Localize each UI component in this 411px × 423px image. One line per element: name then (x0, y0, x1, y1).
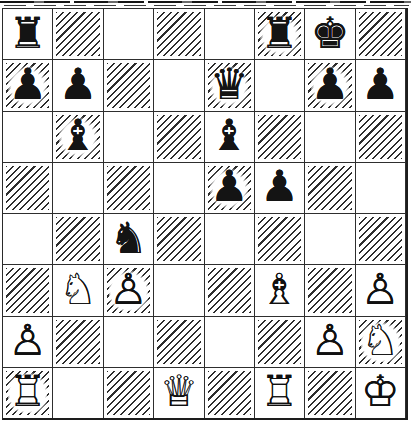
piece-black-queen-e7: ♛ (210, 63, 249, 106)
square-c7 (104, 59, 154, 110)
square-f4 (255, 213, 305, 264)
chess-board: ♜♜♚♟♟♛♟♟♝♝♟♟♞♘♙♗♙♙♙♘♖♕♖♔ (2, 8, 408, 420)
square-h7: ♟ (356, 59, 406, 110)
scanned-diagram: ♜♜♚♟♟♛♟♟♝♝♟♟♞♘♙♗♙♙♙♘♖♕♖♔ (0, 0, 411, 423)
square-f5: ♟ (255, 162, 305, 213)
square-d3 (154, 264, 204, 315)
square-e4 (205, 213, 255, 264)
piece-white-pawn-h3: ♙ (361, 268, 400, 311)
square-b8 (53, 8, 103, 59)
square-g1 (305, 367, 355, 418)
square-d2 (154, 316, 204, 367)
square-a1: ♖ (3, 367, 53, 418)
square-g5 (305, 162, 355, 213)
square-c6 (104, 111, 154, 162)
square-h6 (356, 111, 406, 162)
piece-white-rook-f1: ♖ (260, 370, 299, 413)
square-a2: ♙ (3, 316, 53, 367)
piece-white-pawn-c3: ♙ (109, 268, 148, 311)
piece-black-knight-c4: ♞ (109, 217, 148, 260)
piece-black-bishop-e6: ♝ (210, 114, 249, 157)
square-c8 (104, 8, 154, 59)
square-e8 (205, 8, 255, 59)
piece-white-knight-h2: ♘ (361, 319, 400, 362)
square-g8: ♚ (305, 8, 355, 59)
square-b2 (53, 316, 103, 367)
piece-black-pawn-b7: ♟ (59, 63, 98, 106)
square-d4 (154, 213, 204, 264)
square-h8 (356, 8, 406, 59)
square-f1: ♖ (255, 367, 305, 418)
square-h2: ♘ (356, 316, 406, 367)
piece-black-pawn-a7: ♟ (8, 63, 47, 106)
piece-black-king-g8: ♚ (311, 12, 350, 55)
piece-black-bishop-b6: ♝ (59, 114, 98, 157)
square-f3: ♗ (255, 264, 305, 315)
square-g3 (305, 264, 355, 315)
square-b5 (53, 162, 103, 213)
square-a7: ♟ (3, 59, 53, 110)
square-h3: ♙ (356, 264, 406, 315)
square-b1 (53, 367, 103, 418)
square-b3: ♘ (53, 264, 103, 315)
square-f8: ♜ (255, 8, 305, 59)
square-d6 (154, 111, 204, 162)
square-e7: ♛ (205, 59, 255, 110)
square-a4 (3, 213, 53, 264)
square-a6 (3, 111, 53, 162)
square-g2: ♙ (305, 316, 355, 367)
square-c1 (104, 367, 154, 418)
piece-white-pawn-a2: ♙ (8, 319, 47, 362)
scan-top-rule-thin (4, 5, 409, 6)
square-d5 (154, 162, 204, 213)
square-a8: ♜ (3, 8, 53, 59)
square-e1 (205, 367, 255, 418)
square-d8 (154, 8, 204, 59)
square-d1: ♕ (154, 367, 204, 418)
piece-white-bishop-f3: ♗ (260, 268, 299, 311)
square-b4 (53, 213, 103, 264)
piece-white-queen-d1: ♕ (160, 370, 199, 413)
square-c4: ♞ (104, 213, 154, 264)
piece-white-rook-a1: ♖ (8, 370, 47, 413)
piece-black-rook-f8: ♜ (260, 12, 299, 55)
square-f2 (255, 316, 305, 367)
square-c5 (104, 162, 154, 213)
square-a3 (3, 264, 53, 315)
piece-black-rook-a8: ♜ (8, 12, 47, 55)
piece-white-pawn-g2: ♙ (311, 319, 350, 362)
piece-black-pawn-h7: ♟ (361, 63, 400, 106)
square-d7 (154, 59, 204, 110)
piece-white-knight-b3: ♘ (59, 268, 98, 311)
square-e3 (205, 264, 255, 315)
square-b7: ♟ (53, 59, 103, 110)
square-e5: ♟ (205, 162, 255, 213)
square-h1: ♔ (356, 367, 406, 418)
square-c3: ♙ (104, 264, 154, 315)
piece-black-pawn-g7: ♟ (311, 63, 350, 106)
square-h4 (356, 213, 406, 264)
piece-white-king-h1: ♔ (361, 370, 400, 413)
square-a5 (3, 162, 53, 213)
square-g7: ♟ (305, 59, 355, 110)
square-f6 (255, 111, 305, 162)
square-g6 (305, 111, 355, 162)
piece-black-pawn-f5: ♟ (260, 165, 299, 208)
square-e2 (205, 316, 255, 367)
scan-top-rule (0, 1, 411, 3)
square-e6: ♝ (205, 111, 255, 162)
square-b6: ♝ (53, 111, 103, 162)
square-f7 (255, 59, 305, 110)
square-g4 (305, 213, 355, 264)
square-h5 (356, 162, 406, 213)
square-c2 (104, 316, 154, 367)
piece-black-pawn-e5: ♟ (210, 165, 249, 208)
